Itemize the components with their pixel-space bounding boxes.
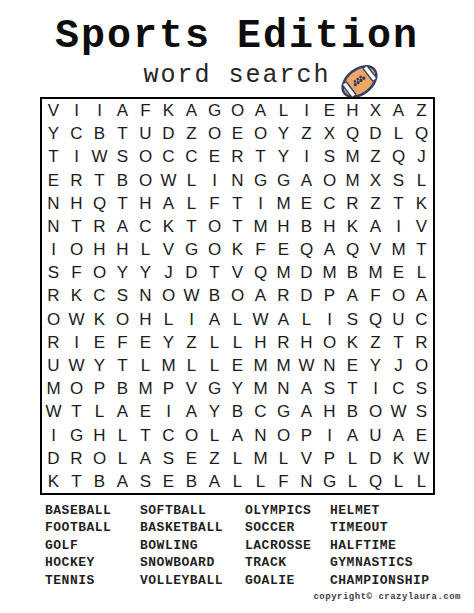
grid-cell: A — [410, 284, 433, 307]
grid-cell: T — [65, 400, 88, 423]
grid-cell: E — [134, 400, 157, 423]
grid-cell: O — [42, 308, 65, 331]
grid-cell: M — [341, 145, 364, 168]
grid-cell: C — [157, 145, 180, 168]
grid-cell: H — [318, 215, 341, 238]
grid-cell: I — [88, 99, 111, 122]
grid-cell: E — [134, 331, 157, 354]
grid-cell: F — [203, 192, 226, 215]
grid-cell: N — [134, 284, 157, 307]
grid-cell: H — [341, 99, 364, 122]
grid-cell: S — [42, 261, 65, 284]
grid-cell: J — [387, 354, 410, 377]
grid-cell: A — [249, 284, 272, 307]
grid-cell: F — [364, 284, 387, 307]
grid-cell: T — [134, 423, 157, 446]
grid-cell: O — [134, 145, 157, 168]
grid-cell: R — [272, 331, 295, 354]
grid-cell: O — [65, 238, 88, 261]
grid-cell: C — [157, 423, 180, 446]
grid-cell: Z — [364, 145, 387, 168]
grid-cell: W — [65, 308, 88, 331]
grid-cell: T — [65, 215, 88, 238]
grid-cell: L — [272, 99, 295, 122]
grid-cell: A — [295, 169, 318, 192]
grid-cell: E — [272, 238, 295, 261]
grid-cell: E — [318, 99, 341, 122]
grid-cell: F — [249, 238, 272, 261]
grid-cell: O — [249, 122, 272, 145]
grid-cell: E — [203, 145, 226, 168]
grid-cell: V — [226, 261, 249, 284]
grid-cell: Y — [364, 354, 387, 377]
grid-cell: M — [272, 261, 295, 284]
grid-cell: P — [318, 447, 341, 470]
grid-cell: G — [318, 470, 341, 493]
grid-cell: E — [295, 192, 318, 215]
grid-cell: M — [42, 377, 65, 400]
grid-cell: W — [387, 400, 410, 423]
grid-cell: E — [157, 470, 180, 493]
grid-cell: A — [180, 400, 203, 423]
grid-cell: G — [180, 238, 203, 261]
grid-cell: L — [203, 331, 226, 354]
grid-cell: D — [42, 447, 65, 470]
grid-cell: B — [111, 377, 134, 400]
grid-cell: O — [134, 169, 157, 192]
grid-cell: L — [410, 470, 433, 493]
grid-cell: I — [180, 308, 203, 331]
grid-cell: D — [157, 122, 180, 145]
grid-cell: H — [134, 308, 157, 331]
grid-cell: A — [111, 215, 134, 238]
grid-cell: G — [65, 423, 88, 446]
grid-cell: A — [364, 215, 387, 238]
grid-cell: Z — [180, 122, 203, 145]
grid-cell: G — [203, 377, 226, 400]
grid-cell: T — [180, 215, 203, 238]
grid-cell: A — [203, 470, 226, 493]
word-list-item: BOWLING — [140, 537, 245, 554]
grid-cell: E — [387, 261, 410, 284]
grid-cell: K — [410, 192, 433, 215]
grid-cell: T — [410, 238, 433, 261]
grid-cell: C — [88, 284, 111, 307]
grid-cell: T — [341, 377, 364, 400]
grid-cell: N — [272, 377, 295, 400]
grid-cell: L — [272, 447, 295, 470]
grid-cell: L — [226, 447, 249, 470]
grid-cell: A — [111, 470, 134, 493]
word-list-column: SOFTBALLBASKETBALLBOWLINGSNOWBOARDVOLLEY… — [140, 502, 245, 589]
grid-cell: H — [249, 331, 272, 354]
grid-cell: Z — [410, 99, 433, 122]
grid-cell: A — [111, 400, 134, 423]
grid-cell: X — [364, 99, 387, 122]
grid-cell: A — [387, 99, 410, 122]
grid-cell: I — [42, 238, 65, 261]
grid-cell: O — [318, 331, 341, 354]
word-list-item: VOLLEYBALL — [140, 572, 245, 589]
grid-cell: U — [364, 423, 387, 446]
grid-cell: A — [249, 99, 272, 122]
grid-cell: B — [226, 400, 249, 423]
grid-cell: T — [42, 145, 65, 168]
grid-cell: V — [295, 447, 318, 470]
grid-cell: R — [410, 331, 433, 354]
grid-cell: Z — [364, 331, 387, 354]
grid-cell: B — [341, 400, 364, 423]
grid-cell: K — [157, 215, 180, 238]
grid-cell: T — [111, 122, 134, 145]
grid-cell: U — [387, 308, 410, 331]
word-list-column: BASEBALLFOOTBALLGOLFHOCKEYTENNIS — [45, 502, 140, 589]
grid-cell: Z — [364, 192, 387, 215]
grid-cell: D — [364, 122, 387, 145]
word-list-item: LACROSSE — [245, 537, 330, 554]
grid-cell: M — [249, 447, 272, 470]
grid-cell: B — [111, 169, 134, 192]
word-list-item: HOCKEY — [45, 554, 140, 571]
grid-cell: W — [42, 400, 65, 423]
grid-cell: K — [341, 331, 364, 354]
grid-cell: X — [318, 122, 341, 145]
grid-cell: L — [180, 192, 203, 215]
grid-cell: L — [226, 470, 249, 493]
grid-cell: C — [249, 400, 272, 423]
grid-cell: L — [180, 169, 203, 192]
grid-cell: T — [226, 192, 249, 215]
grid-cell: X — [364, 169, 387, 192]
grid-cell: D — [364, 447, 387, 470]
grid-cell: N — [295, 470, 318, 493]
grid-cell: Y — [111, 261, 134, 284]
grid-cell: L — [410, 169, 433, 192]
grid-cell: S — [157, 447, 180, 470]
grid-cell: I — [364, 377, 387, 400]
grid-cell: F — [111, 331, 134, 354]
grid-cell: W — [65, 354, 88, 377]
grid-cell: N — [249, 423, 272, 446]
grid-cell: W — [410, 447, 433, 470]
grid-cell: B — [295, 215, 318, 238]
grid-cell: Q — [295, 238, 318, 261]
grid-cell: L — [387, 470, 410, 493]
grid-cell: O — [272, 423, 295, 446]
grid-cell: H — [134, 192, 157, 215]
word-list-item: SOFTBALL — [140, 502, 245, 519]
grid-cell: S — [111, 284, 134, 307]
grid-cell: H — [295, 331, 318, 354]
grid-cell: L — [387, 122, 410, 145]
grid-cell: C — [410, 308, 433, 331]
grid-cell: O — [410, 354, 433, 377]
grid-cell: O — [203, 215, 226, 238]
grid-cell: V — [180, 377, 203, 400]
grid-cell: M — [134, 377, 157, 400]
grid-cell: B — [88, 470, 111, 493]
grid-cell: L — [295, 308, 318, 331]
page-subtitle: word search — [0, 61, 474, 90]
grid-cell: T — [226, 215, 249, 238]
grid-cell: L — [341, 447, 364, 470]
grid-cell: Q — [410, 122, 433, 145]
word-list: BASEBALLFOOTBALLGOLFHOCKEYTENNIS SOFTBAL… — [45, 502, 474, 589]
grid-cell: Y — [42, 122, 65, 145]
grid-cell: O — [203, 238, 226, 261]
grid-cell: L — [180, 354, 203, 377]
grid-cell: Y — [134, 261, 157, 284]
grid-cell: H — [111, 238, 134, 261]
grid-cell: A — [272, 308, 295, 331]
grid-cell: Q — [364, 470, 387, 493]
grid-cell: S — [410, 377, 433, 400]
grid-cell: K — [341, 215, 364, 238]
grid-cell: T — [88, 169, 111, 192]
grid-cell: L — [203, 423, 226, 446]
grid-cell: O — [387, 284, 410, 307]
grid-cell: N — [42, 215, 65, 238]
grid-cell: R — [65, 447, 88, 470]
grid-cell: K — [42, 470, 65, 493]
grid-cell: E — [180, 447, 203, 470]
grid-cell: P — [88, 377, 111, 400]
grid-cell: O — [226, 284, 249, 307]
grid-cell: G — [272, 400, 295, 423]
grid-cell: C — [180, 145, 203, 168]
grid-cell: M — [249, 377, 272, 400]
grid-cell: S — [134, 470, 157, 493]
grid-cell: L — [111, 447, 134, 470]
grid-cell: E — [226, 354, 249, 377]
grid-cell: E — [42, 169, 65, 192]
grid-cell: C — [318, 192, 341, 215]
grid-cell: S — [387, 169, 410, 192]
grid-cell: J — [157, 261, 180, 284]
grid-cell: L — [226, 331, 249, 354]
grid-cell: A — [134, 447, 157, 470]
grid-cell: N — [318, 354, 341, 377]
grid-cell: V — [410, 215, 433, 238]
page-title: Sports Edition — [0, 14, 474, 59]
grid-cell: L — [226, 308, 249, 331]
grid-cell: L — [249, 470, 272, 493]
grid-cell: K — [65, 284, 88, 307]
grid-cell: G — [249, 169, 272, 192]
grid-cell: Q — [88, 192, 111, 215]
grid-cell: L — [111, 423, 134, 446]
grid-cell: F — [134, 99, 157, 122]
grid-cell: Q — [387, 145, 410, 168]
grid-cell: F — [272, 470, 295, 493]
word-list-item: HALFTIME — [330, 537, 474, 554]
grid-cell: W — [180, 284, 203, 307]
grid-cell: A — [157, 192, 180, 215]
grid-cell: M — [157, 354, 180, 377]
grid-cell: V — [364, 238, 387, 261]
grid-cell: I — [157, 400, 180, 423]
grid-cell: T — [249, 145, 272, 168]
grid-cell: Y — [272, 145, 295, 168]
grid-cell: I — [387, 215, 410, 238]
grid-cell: V — [157, 238, 180, 261]
grid-cell: A — [111, 99, 134, 122]
grid-cell: I — [318, 423, 341, 446]
grid-cell: O — [88, 261, 111, 284]
grid-cell: A — [341, 284, 364, 307]
grid-cell: D — [180, 261, 203, 284]
grid-cell: W — [249, 308, 272, 331]
grid-cell: I — [65, 145, 88, 168]
grid-cell: B — [341, 261, 364, 284]
grid-cell: M — [272, 192, 295, 215]
grid-cell: E — [226, 122, 249, 145]
grid-cell: O — [226, 99, 249, 122]
grid-cell: T — [387, 331, 410, 354]
grid-cell: T — [65, 470, 88, 493]
grid-cell: J — [410, 145, 433, 168]
grid-cell: G — [272, 169, 295, 192]
grid-cell: H — [65, 192, 88, 215]
grid-cell: R — [65, 169, 88, 192]
grid-cell: Q — [341, 238, 364, 261]
grid-cell: R — [42, 331, 65, 354]
grid-cell: Y — [203, 400, 226, 423]
grid-cell: K — [387, 447, 410, 470]
grid-cell: D — [295, 261, 318, 284]
grid-cell: Q — [341, 122, 364, 145]
word-list-item: CHAMPIONSHIP — [330, 572, 474, 589]
grid-cell: Z — [295, 122, 318, 145]
grid-cell: Z — [180, 331, 203, 354]
grid-cell: O — [318, 169, 341, 192]
grid-cell: V — [42, 99, 65, 122]
grid-cell: R — [226, 145, 249, 168]
word-list-item: TRACK — [245, 554, 330, 571]
grid-cell: H — [318, 400, 341, 423]
grid-cell: T — [111, 192, 134, 215]
grid-cell: I — [42, 423, 65, 446]
grid-cell: L — [410, 261, 433, 284]
grid-cell: C — [387, 377, 410, 400]
grid-cell: L — [88, 400, 111, 423]
word-list-item: GOLF — [45, 537, 140, 554]
grid-cell: O — [180, 423, 203, 446]
grid-cell: W — [88, 145, 111, 168]
grid-cell: H — [88, 423, 111, 446]
grid-cell: T — [111, 354, 134, 377]
grid-cell: R — [42, 284, 65, 307]
word-list-column: HELMETTIMEOUTHALFTIMEGYMNASTICSCHAMPIONS… — [330, 502, 474, 589]
grid-cell: Q — [249, 261, 272, 284]
grid-cell: M — [318, 261, 341, 284]
copyright-text: copyright© crazylaura.com — [313, 592, 461, 602]
word-list-item: SOCCER — [245, 519, 330, 536]
grid-cell: L — [341, 470, 364, 493]
word-search-grid: VIIAFKAGOALIEHXAZYCBTUDZOEOYZXQDLQTIWSOC… — [40, 97, 435, 495]
grid-cell: B — [180, 470, 203, 493]
word-list-item: OLYMPICS — [245, 502, 330, 519]
grid-cell: Y — [157, 331, 180, 354]
grid-cell: E — [88, 331, 111, 354]
word-list-item: SNOWBOARD — [140, 554, 245, 571]
grid-cell: B — [88, 122, 111, 145]
grid-cell: O — [157, 284, 180, 307]
word-list-column: OLYMPICSSOCCERLACROSSETRACKGOALIE — [245, 502, 330, 589]
grid-cell: M — [341, 169, 364, 192]
grid-cell: I — [318, 308, 341, 331]
grid-cell: Y — [272, 122, 295, 145]
word-list-item: GOALIE — [245, 572, 330, 589]
grid-cell: A — [341, 423, 364, 446]
grid-cell: W — [157, 169, 180, 192]
grid-cell: A — [180, 99, 203, 122]
grid-cell: O — [203, 122, 226, 145]
grid-cell: F — [65, 261, 88, 284]
grid-cell: W — [295, 354, 318, 377]
grid-cell: A — [387, 423, 410, 446]
grid-cell: A — [318, 238, 341, 261]
grid-cell: I — [295, 145, 318, 168]
grid-cell: T — [203, 261, 226, 284]
grid-cell: K — [226, 238, 249, 261]
grid-cell: L — [134, 354, 157, 377]
grid-cell: R — [341, 192, 364, 215]
grid-cell: I — [249, 192, 272, 215]
grid-cell: N — [42, 192, 65, 215]
grid-cell: C — [134, 215, 157, 238]
grid-cell: A — [295, 400, 318, 423]
grid-cell: Z — [203, 447, 226, 470]
grid-cell: M — [249, 215, 272, 238]
grid-cell: D — [295, 284, 318, 307]
grid-cell: K — [88, 308, 111, 331]
grid-cell: M — [364, 261, 387, 284]
grid-cell: K — [157, 99, 180, 122]
grid-cell: A — [295, 377, 318, 400]
grid-cell: S — [318, 377, 341, 400]
grid-cell: H — [88, 238, 111, 261]
grid-cell: H — [272, 215, 295, 238]
grid-cell: Y — [88, 354, 111, 377]
grid-cell: M — [249, 354, 272, 377]
grid-cell: S — [410, 400, 433, 423]
grid-cell: O — [364, 400, 387, 423]
grid-cell: U — [42, 354, 65, 377]
grid-cell: L — [134, 238, 157, 261]
grid-cell: T — [387, 192, 410, 215]
word-list-item: FOOTBALL — [45, 519, 140, 536]
grid-cell: L — [157, 308, 180, 331]
grid-cell: M — [272, 354, 295, 377]
grid-cell: I — [65, 331, 88, 354]
grid-cell: E — [341, 354, 364, 377]
grid-cell: U — [134, 122, 157, 145]
word-list-item: GYMNASTICS — [330, 554, 474, 571]
grid-cell: L — [203, 354, 226, 377]
grid-cell: O — [65, 377, 88, 400]
grid-cell: C — [65, 122, 88, 145]
grid-cell: I — [203, 169, 226, 192]
grid-cell: E — [410, 423, 433, 446]
word-list-item: BASEBALL — [45, 502, 140, 519]
grid-cell: P — [157, 377, 180, 400]
grid-cell: R — [272, 284, 295, 307]
word-list-item: TIMEOUT — [330, 519, 474, 536]
grid-cell: G — [203, 99, 226, 122]
grid-cell: S — [318, 145, 341, 168]
grid-cell: M — [387, 238, 410, 261]
